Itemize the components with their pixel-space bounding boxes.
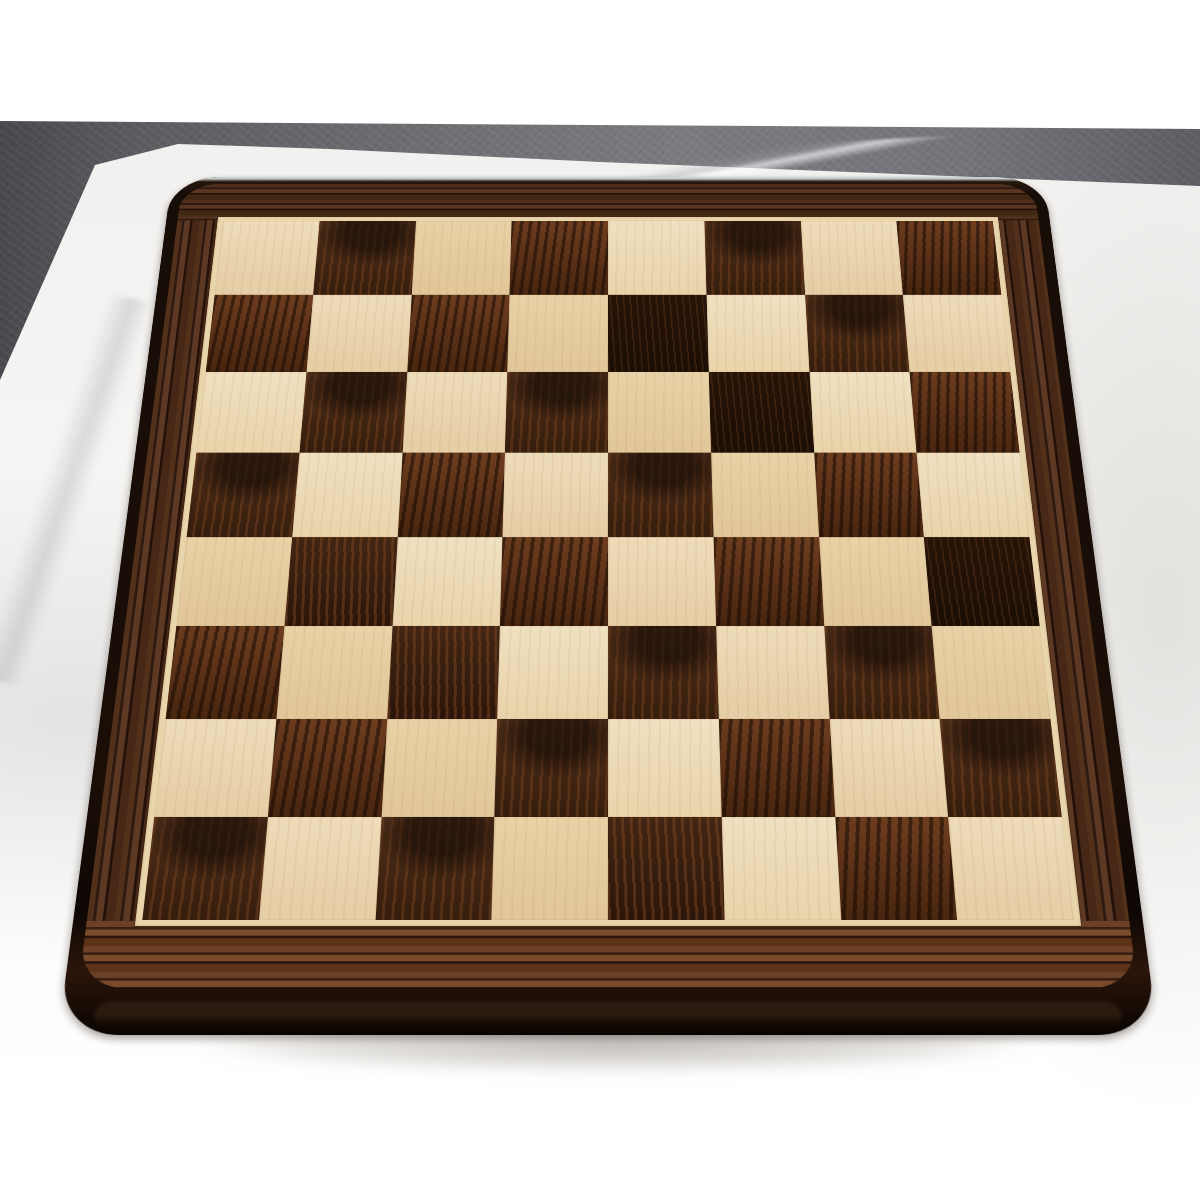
square-h2	[940, 719, 1062, 817]
chess-grid	[142, 221, 1073, 920]
square-b4	[284, 537, 397, 626]
square-c4	[392, 537, 502, 626]
square-a7	[206, 295, 313, 372]
square-f1	[721, 817, 840, 920]
square-c1	[375, 817, 494, 920]
square-e5	[608, 453, 713, 538]
square-g7	[805, 295, 910, 372]
square-e8	[608, 221, 706, 295]
square-g3	[824, 626, 940, 719]
square-e3	[608, 626, 719, 719]
square-b8	[313, 221, 416, 295]
square-f6	[709, 372, 814, 453]
square-f8	[704, 221, 804, 295]
square-a8	[215, 221, 320, 295]
square-d5	[503, 453, 608, 538]
square-h3	[932, 626, 1051, 719]
square-c8	[411, 221, 511, 295]
chess-board	[58, 177, 1158, 1035]
square-g8	[800, 221, 903, 295]
square-g5	[814, 453, 924, 538]
square-f7	[706, 295, 809, 372]
square-g6	[809, 372, 917, 453]
square-g2	[829, 719, 948, 817]
square-d6	[505, 372, 608, 453]
square-c3	[387, 626, 500, 719]
board-top-face	[78, 184, 1138, 988]
square-b7	[306, 295, 411, 372]
board-frame-top	[177, 184, 1038, 220]
board-inlay-border	[135, 217, 1081, 926]
square-c2	[381, 719, 497, 817]
square-b2	[268, 719, 387, 817]
board-frame-bottom	[78, 921, 1138, 988]
square-a2	[154, 719, 276, 817]
square-d7	[507, 295, 608, 372]
square-e1	[608, 817, 724, 920]
square-e4	[608, 537, 716, 626]
square-c6	[402, 372, 507, 453]
square-b3	[276, 626, 392, 719]
square-h1	[948, 817, 1073, 920]
square-c5	[397, 453, 505, 538]
square-a3	[166, 626, 285, 719]
square-f3	[716, 626, 829, 719]
square-e6	[608, 372, 711, 453]
square-a1	[142, 817, 267, 920]
square-g4	[819, 537, 932, 626]
square-f2	[719, 719, 835, 817]
square-h8	[897, 221, 1002, 295]
square-f5	[711, 453, 819, 538]
chessboard-photo	[0, 0, 1200, 1200]
square-d2	[495, 719, 608, 817]
square-d1	[492, 817, 608, 920]
square-b1	[259, 817, 381, 920]
square-b6	[299, 372, 407, 453]
square-h4	[924, 537, 1040, 626]
square-e7	[608, 295, 709, 372]
square-b5	[292, 453, 402, 538]
square-a4	[176, 537, 292, 626]
square-d3	[497, 626, 608, 719]
square-d8	[510, 221, 608, 295]
square-a5	[187, 453, 300, 538]
square-a6	[196, 372, 306, 453]
square-h7	[903, 295, 1010, 372]
square-h6	[910, 372, 1020, 453]
square-e2	[608, 719, 721, 817]
square-c7	[407, 295, 510, 372]
square-h5	[917, 453, 1030, 538]
square-g1	[835, 817, 957, 920]
square-f4	[713, 537, 823, 626]
square-d4	[500, 537, 608, 626]
